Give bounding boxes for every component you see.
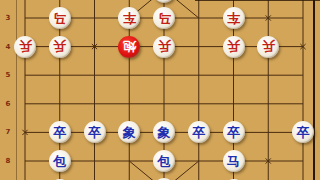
rank-label-7: 7	[3, 129, 13, 136]
blue-cannon-glyph: 包	[53, 155, 66, 168]
board-top-edge	[195, 0, 320, 1]
red-soldier-glyph: 兵	[19, 40, 32, 53]
blue-soldier-glyph: 卒	[192, 126, 205, 139]
blue-soldier-piece[interactable]: 卒	[84, 121, 106, 143]
red-soldier-piece[interactable]: 兵	[223, 36, 245, 58]
red-soldier-piece[interactable]: 兵	[153, 36, 175, 58]
red-soldier-glyph: 兵	[53, 40, 66, 53]
red-soldier-glyph: 兵	[262, 40, 275, 53]
red-soldier-glyph: 兵	[227, 40, 240, 53]
rank-label-4: 4	[3, 43, 13, 50]
blue-elephant-glyph: 象	[123, 126, 136, 139]
board-left-border	[16, 0, 17, 180]
red-soldier-piece[interactable]: 兵	[14, 36, 36, 58]
blue-cannon-piece[interactable]: 包	[49, 150, 71, 172]
red-cannon-last-move-glyph: 炮	[123, 40, 136, 53]
blue-soldier-glyph: 卒	[53, 126, 66, 139]
blue-elephant-glyph: 象	[158, 126, 171, 139]
rank-label-3: 3	[3, 15, 13, 22]
rank-label-5: 5	[3, 72, 13, 79]
blue-soldier-glyph: 卒	[88, 126, 101, 139]
red-horse-glyph: 马	[53, 12, 66, 25]
red-soldier-piece[interactable]: 兵	[257, 36, 279, 58]
red-chariot-glyph: 车	[227, 12, 240, 25]
red-soldier-glyph: 兵	[158, 40, 171, 53]
blue-soldier-glyph: 卒	[227, 126, 240, 139]
red-horse-piece[interactable]: 马	[49, 7, 71, 29]
rank-label-6: 6	[3, 100, 13, 107]
red-horse-glyph: 马	[158, 12, 171, 25]
board-right-border	[313, 0, 315, 180]
blue-horse-piece[interactable]: 马	[223, 150, 245, 172]
blue-soldier-piece[interactable]: 卒	[188, 121, 210, 143]
blue-horse-glyph: 马	[227, 155, 240, 168]
rank-label-8: 8	[3, 158, 13, 165]
red-horse-piece[interactable]: 马	[153, 7, 175, 29]
blue-soldier-piece[interactable]: 卒	[49, 121, 71, 143]
blue-cannon-piece[interactable]: 包	[153, 150, 175, 172]
red-cannon-last-move-piece[interactable]: 炮	[118, 36, 140, 58]
red-chariot-glyph: 车	[123, 12, 136, 25]
blue-soldier-piece[interactable]: 卒	[223, 121, 245, 143]
blue-soldier-glyph: 卒	[297, 126, 310, 139]
xiangqi-board: 345678 马车马车兵兵炮兵兵兵卒卒象象卒卒卒包包马	[0, 0, 320, 180]
red-chariot-piece[interactable]: 车	[223, 7, 245, 29]
blue-cannon-glyph: 包	[158, 155, 171, 168]
red-soldier-piece[interactable]: 兵	[49, 36, 71, 58]
